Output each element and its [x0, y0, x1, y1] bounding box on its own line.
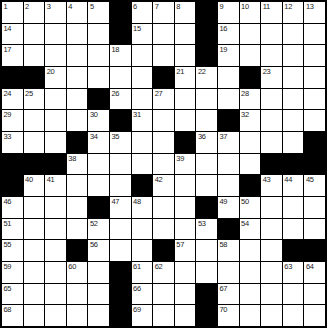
cell-r15c11[interactable]: 70: [218, 305, 239, 326]
cell-r2c1[interactable]: 14: [2, 24, 23, 45]
cell-r8c10[interactable]: [196, 154, 217, 175]
cell-r14c9[interactable]: [175, 284, 196, 305]
cell-r6c3[interactable]: [45, 110, 66, 131]
cell-r14c12[interactable]: [240, 284, 261, 305]
cell-r3c14[interactable]: [283, 45, 304, 66]
cell-r7c2[interactable]: [24, 132, 45, 153]
block-cell-r12c15: [304, 240, 325, 261]
cell-r13c14[interactable]: 63: [283, 262, 304, 283]
cell-r5c3[interactable]: [45, 89, 66, 110]
cell-r14c3[interactable]: [45, 284, 66, 305]
cell-r1c8[interactable]: 7: [153, 2, 174, 23]
clue-number-2: 2: [25, 2, 29, 11]
clue-number-43: 43: [263, 175, 271, 184]
cell-r7c11[interactable]: 37: [218, 132, 239, 153]
cell-r15c8[interactable]: [153, 305, 174, 326]
cell-r8c7[interactable]: [132, 154, 153, 175]
cell-r10c6[interactable]: 47: [110, 197, 131, 218]
cell-r1c13[interactable]: 11: [261, 2, 282, 23]
cell-r6c5[interactable]: 30: [88, 110, 109, 131]
cell-r12c3[interactable]: [45, 240, 66, 261]
cell-r13c2[interactable]: [24, 262, 45, 283]
cell-r3c4[interactable]: [67, 45, 88, 66]
clue-number-11: 11: [263, 2, 270, 11]
cell-r1c7[interactable]: 6: [132, 2, 153, 23]
cell-r5c15[interactable]: [304, 89, 325, 110]
cell-r13c13[interactable]: [261, 262, 282, 283]
clue-number-45: 45: [306, 175, 314, 184]
clue-number-60: 60: [68, 262, 76, 271]
cell-r10c7[interactable]: 48: [132, 197, 153, 218]
block-cell-r8c14: [283, 154, 304, 175]
cell-r9c3[interactable]: 41: [45, 175, 66, 196]
cell-r7c8[interactable]: [153, 132, 174, 153]
cell-r9c9[interactable]: [175, 175, 196, 196]
block-cell-r9c1: [2, 175, 23, 196]
clue-number-5: 5: [90, 2, 94, 11]
cell-r7c12[interactable]: [240, 132, 261, 153]
clue-number-52: 52: [90, 219, 98, 228]
cell-r10c1[interactable]: 46: [2, 197, 23, 218]
cell-r6c15[interactable]: [304, 110, 325, 131]
cell-r10c13[interactable]: [261, 197, 282, 218]
block-cell-r12c8: [153, 240, 174, 261]
cell-r11c15[interactable]: [304, 219, 325, 240]
clue-number-61: 61: [133, 262, 141, 271]
cell-r11c5[interactable]: 52: [88, 219, 109, 240]
cell-r15c1[interactable]: 68: [2, 305, 23, 326]
block-cell-r7c9: [175, 132, 196, 153]
clue-number-3: 3: [47, 2, 51, 11]
clue-number-50: 50: [241, 197, 249, 206]
cell-r5c4[interactable]: [67, 89, 88, 110]
cell-r4c13[interactable]: 23: [261, 67, 282, 88]
cell-r6c1[interactable]: 29: [2, 110, 23, 131]
cell-r5c13[interactable]: [261, 89, 282, 110]
cell-r9c15[interactable]: 45: [304, 175, 325, 196]
cell-r13c10[interactable]: [196, 262, 217, 283]
cell-r14c5[interactable]: [88, 284, 109, 305]
cell-r9c5[interactable]: [88, 175, 109, 196]
clue-number-59: 59: [4, 262, 12, 271]
cell-r6c14[interactable]: [283, 110, 304, 131]
clue-number-34: 34: [90, 132, 98, 141]
cell-r4c3[interactable]: 20: [45, 67, 66, 88]
block-cell-r4c1: [2, 67, 23, 88]
cell-r6c9[interactable]: [175, 110, 196, 131]
clue-number-69: 69: [133, 305, 141, 314]
clue-number-39: 39: [176, 154, 184, 163]
cell-r11c2[interactable]: [24, 219, 45, 240]
block-cell-r6c11: [218, 110, 239, 131]
clue-number-63: 63: [284, 262, 292, 271]
cell-r6c13[interactable]: [261, 110, 282, 131]
clue-number-65: 65: [4, 284, 12, 293]
cell-r11c13[interactable]: [261, 219, 282, 240]
block-cell-r10c10: [196, 197, 217, 218]
cell-r8c4[interactable]: 38: [67, 154, 88, 175]
clue-number-37: 37: [220, 132, 228, 141]
block-cell-r8c15: [304, 154, 325, 175]
cell-r14c13[interactable]: [261, 284, 282, 305]
block-cell-r15c6: [110, 305, 131, 326]
cell-r1c1[interactable]: 1: [2, 2, 23, 23]
block-cell-r8c3: [45, 154, 66, 175]
block-cell-r11c11: [218, 219, 239, 240]
block-cell-r14c10: [196, 284, 217, 305]
block-cell-r4c12: [240, 67, 261, 88]
cell-r11c6[interactable]: [110, 219, 131, 240]
cell-r1c14[interactable]: 12: [283, 2, 304, 23]
cell-r6c12[interactable]: 32: [240, 110, 261, 131]
cell-r2c8[interactable]: [153, 24, 174, 45]
cell-r12c7[interactable]: [132, 240, 153, 261]
cell-r2c15[interactable]: [304, 24, 325, 45]
cell-r7c7[interactable]: [132, 132, 153, 153]
block-cell-r15c10: [196, 305, 217, 326]
clue-number-16: 16: [220, 24, 228, 33]
cell-r3c5[interactable]: [88, 45, 109, 66]
cell-r11c4[interactable]: [67, 219, 88, 240]
clue-number-56: 56: [90, 240, 98, 249]
block-cell-r5c5: [88, 89, 109, 110]
cell-r7c13[interactable]: [261, 132, 282, 153]
cell-r5c7[interactable]: [132, 89, 153, 110]
cell-r1c4[interactable]: 4: [67, 2, 88, 23]
cell-r9c8[interactable]: 42: [153, 175, 174, 196]
cell-r12c13[interactable]: [261, 240, 282, 261]
cell-r7c1[interactable]: 33: [2, 132, 23, 153]
cell-r10c11[interactable]: 49: [218, 197, 239, 218]
cell-r15c5[interactable]: [88, 305, 109, 326]
clue-number-32: 32: [241, 110, 249, 119]
cell-r3c6[interactable]: 18: [110, 45, 131, 66]
cell-r13c5[interactable]: [88, 262, 109, 283]
clue-number-41: 41: [47, 175, 55, 184]
block-cell-r13c6: [110, 262, 131, 283]
cell-r4c14[interactable]: [283, 67, 304, 88]
cell-r13c7[interactable]: 61: [132, 262, 153, 283]
clue-number-38: 38: [68, 154, 76, 163]
clue-number-8: 8: [176, 2, 180, 11]
cell-r11c3[interactable]: [45, 219, 66, 240]
block-cell-r8c1: [2, 154, 23, 175]
cell-r13c8[interactable]: 62: [153, 262, 174, 283]
cell-r3c13[interactable]: [261, 45, 282, 66]
clue-number-21: 21: [176, 67, 184, 76]
block-cell-r4c2: [24, 67, 45, 88]
cell-r15c12[interactable]: [240, 305, 261, 326]
cell-r14c2[interactable]: [24, 284, 45, 305]
clue-number-51: 51: [4, 219, 12, 228]
cell-r15c13[interactable]: [261, 305, 282, 326]
cell-r15c15[interactable]: [304, 305, 325, 326]
clue-number-19: 19: [220, 45, 228, 54]
clue-number-1: 1: [4, 2, 8, 11]
cell-r3c1[interactable]: 17: [2, 45, 23, 66]
clue-number-15: 15: [133, 24, 141, 33]
clue-number-47: 47: [112, 197, 120, 206]
block-cell-r12c4: [67, 240, 88, 261]
cell-r12c2[interactable]: [24, 240, 45, 261]
clue-number-57: 57: [176, 240, 184, 249]
cell-r14c4[interactable]: [67, 284, 88, 305]
block-cell-r7c15: [304, 132, 325, 153]
clue-number-27: 27: [155, 89, 163, 98]
cell-r13c11[interactable]: [218, 262, 239, 283]
cell-r5c8[interactable]: 27: [153, 89, 174, 110]
cell-r15c2[interactable]: [24, 305, 45, 326]
cell-r5c10[interactable]: [196, 89, 217, 110]
cell-r3c8[interactable]: [153, 45, 174, 66]
cell-r14c8[interactable]: [153, 284, 174, 305]
cell-r12c5[interactable]: 56: [88, 240, 109, 261]
cell-r5c14[interactable]: [283, 89, 304, 110]
cell-r10c14[interactable]: [283, 197, 304, 218]
cell-r4c15[interactable]: [304, 67, 325, 88]
clue-number-40: 40: [25, 175, 33, 184]
cell-r6c8[interactable]: [153, 110, 174, 131]
crossword-grid: 1234567891011121314151617181920212223242…: [0, 0, 327, 328]
cell-r4c4[interactable]: [67, 67, 88, 88]
clue-number-67: 67: [220, 284, 228, 293]
cell-r11c14[interactable]: [283, 219, 304, 240]
cell-r15c3[interactable]: [45, 305, 66, 326]
block-cell-r10c5: [88, 197, 109, 218]
cell-r3c12[interactable]: [240, 45, 261, 66]
cell-r4c10[interactable]: 22: [196, 67, 217, 88]
cell-r6c2[interactable]: [24, 110, 45, 131]
block-cell-r2c6: [110, 24, 131, 45]
cell-r10c9[interactable]: [175, 197, 196, 218]
clue-number-6: 6: [133, 2, 137, 11]
cell-r7c14[interactable]: [283, 132, 304, 153]
cell-r13c3[interactable]: [45, 262, 66, 283]
cell-r12c12[interactable]: [240, 240, 261, 261]
block-cell-r9c7: [132, 175, 153, 196]
cell-r10c3[interactable]: [45, 197, 66, 218]
cell-r6c4[interactable]: [67, 110, 88, 131]
clue-number-48: 48: [133, 197, 141, 206]
cell-r11c12[interactable]: 54: [240, 219, 261, 240]
block-cell-r12c14: [283, 240, 304, 261]
clue-number-14: 14: [4, 24, 12, 33]
clue-number-22: 22: [198, 67, 206, 76]
cell-r8c11[interactable]: [218, 154, 239, 175]
cell-r12c1[interactable]: 55: [2, 240, 23, 261]
cell-r13c4[interactable]: 60: [67, 262, 88, 283]
block-cell-r3c10: [196, 45, 217, 66]
clue-number-42: 42: [155, 175, 163, 184]
cell-r15c4[interactable]: [67, 305, 88, 326]
cell-r15c9[interactable]: [175, 305, 196, 326]
clue-number-20: 20: [47, 67, 55, 76]
cell-r1c15[interactable]: 13: [304, 2, 325, 23]
cell-r14c7[interactable]: 66: [132, 284, 153, 305]
clue-number-7: 7: [155, 2, 159, 11]
cell-r13c9[interactable]: [175, 262, 196, 283]
block-cell-r6c6: [110, 110, 131, 131]
clue-number-55: 55: [4, 240, 12, 249]
clue-number-46: 46: [4, 197, 12, 206]
cell-r8c8[interactable]: [153, 154, 174, 175]
clue-number-36: 36: [198, 132, 206, 141]
cell-r2c4[interactable]: [67, 24, 88, 45]
clue-number-54: 54: [241, 219, 249, 228]
clue-number-70: 70: [220, 305, 228, 314]
cell-r2c11[interactable]: 16: [218, 24, 239, 45]
clue-number-64: 64: [306, 262, 314, 271]
clue-number-58: 58: [220, 240, 228, 249]
cell-r9c13[interactable]: 43: [261, 175, 282, 196]
cell-r5c1[interactable]: 24: [2, 89, 23, 110]
clue-number-18: 18: [112, 45, 120, 54]
cell-r7c10[interactable]: 36: [196, 132, 217, 153]
cell-r2c7[interactable]: 15: [132, 24, 153, 45]
cell-r3c9[interactable]: [175, 45, 196, 66]
cell-r8c9[interactable]: 39: [175, 154, 196, 175]
clue-number-31: 31: [133, 110, 141, 119]
cell-r2c14[interactable]: [283, 24, 304, 45]
cell-r9c11[interactable]: [218, 175, 239, 196]
cell-r7c3[interactable]: [45, 132, 66, 153]
cell-r10c12[interactable]: 50: [240, 197, 261, 218]
cell-r5c12[interactable]: 28: [240, 89, 261, 110]
clue-number-4: 4: [68, 2, 72, 11]
cell-r12c10[interactable]: [196, 240, 217, 261]
cell-r9c10[interactable]: [196, 175, 217, 196]
cell-r12c9[interactable]: 57: [175, 240, 196, 261]
cell-r13c1[interactable]: 59: [2, 262, 23, 283]
clue-number-33: 33: [4, 132, 12, 141]
clue-number-17: 17: [4, 45, 12, 54]
cell-r3c7[interactable]: [132, 45, 153, 66]
cell-r3c11[interactable]: 19: [218, 45, 239, 66]
clue-number-13: 13: [306, 2, 314, 11]
cell-r3c2[interactable]: [24, 45, 45, 66]
clue-number-68: 68: [4, 305, 12, 314]
cell-r4c11[interactable]: [218, 67, 239, 88]
cell-r2c9[interactable]: [175, 24, 196, 45]
cell-r15c7[interactable]: 69: [132, 305, 153, 326]
cell-r13c15[interactable]: 64: [304, 262, 325, 283]
cell-r10c15[interactable]: [304, 197, 325, 218]
cell-r8c6[interactable]: [110, 154, 131, 175]
cell-r10c4[interactable]: [67, 197, 88, 218]
block-cell-r9c12: [240, 175, 261, 196]
cell-r9c2[interactable]: 40: [24, 175, 45, 196]
clue-number-28: 28: [241, 89, 249, 98]
cell-r2c2[interactable]: [24, 24, 45, 45]
clue-number-62: 62: [155, 262, 163, 271]
cell-r9c6[interactable]: [110, 175, 131, 196]
clue-number-9: 9: [220, 2, 224, 11]
cell-r1c2[interactable]: 2: [24, 2, 45, 23]
cell-r2c3[interactable]: [45, 24, 66, 45]
cell-r10c8[interactable]: [153, 197, 174, 218]
cell-r11c9[interactable]: [175, 219, 196, 240]
cell-r14c14[interactable]: [283, 284, 304, 305]
cell-r4c7[interactable]: [132, 67, 153, 88]
cell-r15c14[interactable]: [283, 305, 304, 326]
clue-number-10: 10: [241, 2, 249, 11]
clue-number-12: 12: [284, 2, 292, 11]
clue-number-25: 25: [25, 89, 33, 98]
cell-r5c9[interactable]: [175, 89, 196, 110]
cell-r2c13[interactable]: [261, 24, 282, 45]
block-cell-r4c8: [153, 67, 174, 88]
cell-r11c7[interactable]: [132, 219, 153, 240]
block-cell-r2c10: [196, 24, 217, 45]
cell-r5c11[interactable]: [218, 89, 239, 110]
clue-number-30: 30: [90, 110, 98, 119]
cell-r12c6[interactable]: [110, 240, 131, 261]
cell-r7c6[interactable]: 35: [110, 132, 131, 153]
clue-number-49: 49: [220, 197, 228, 206]
cell-r2c12[interactable]: [240, 24, 261, 45]
clue-number-26: 26: [112, 89, 120, 98]
cell-r5c6[interactable]: 26: [110, 89, 131, 110]
cell-r8c12[interactable]: [240, 154, 261, 175]
cell-r1c12[interactable]: 10: [240, 2, 261, 23]
cell-r7c5[interactable]: 34: [88, 132, 109, 153]
block-cell-r14c6: [110, 284, 131, 305]
cell-r11c1[interactable]: 51: [2, 219, 23, 240]
cell-r10c2[interactable]: [24, 197, 45, 218]
block-cell-r7c4: [67, 132, 88, 153]
clue-number-29: 29: [4, 110, 12, 119]
cell-r4c9[interactable]: 21: [175, 67, 196, 88]
clue-number-44: 44: [284, 175, 292, 184]
clue-number-35: 35: [112, 132, 120, 141]
cell-r3c3[interactable]: [45, 45, 66, 66]
block-cell-r8c13: [261, 154, 282, 175]
cell-r1c9[interactable]: 8: [175, 2, 196, 23]
cell-r9c14[interactable]: 44: [283, 175, 304, 196]
cell-r6c7[interactable]: 31: [132, 110, 153, 131]
clue-number-23: 23: [263, 67, 271, 76]
block-cell-r1c10: [196, 2, 217, 23]
clue-number-53: 53: [198, 219, 206, 228]
cell-r8c5[interactable]: [88, 154, 109, 175]
cell-r1c3[interactable]: 3: [45, 2, 66, 23]
cell-r3c15[interactable]: [304, 45, 325, 66]
block-cell-r8c2: [24, 154, 45, 175]
block-cell-r1c6: [110, 2, 131, 23]
cell-r2c5[interactable]: [88, 24, 109, 45]
cell-r9c4[interactable]: [67, 175, 88, 196]
cell-r1c5[interactable]: 5: [88, 2, 109, 23]
cell-r14c1[interactable]: 65: [2, 284, 23, 305]
cell-r14c11[interactable]: 67: [218, 284, 239, 305]
clue-number-24: 24: [4, 89, 12, 98]
cell-r11c8[interactable]: [153, 219, 174, 240]
cell-r14c15[interactable]: [304, 284, 325, 305]
cell-r5c2[interactable]: 25: [24, 89, 45, 110]
cell-r11c10[interactable]: 53: [196, 219, 217, 240]
cell-r4c5[interactable]: [88, 67, 109, 88]
cell-r12c11[interactable]: 58: [218, 240, 239, 261]
cell-r6c10[interactable]: [196, 110, 217, 131]
cell-r13c12[interactable]: [240, 262, 261, 283]
clue-number-66: 66: [133, 284, 141, 293]
cell-r4c6[interactable]: [110, 67, 131, 88]
cell-r1c11[interactable]: 9: [218, 2, 239, 23]
